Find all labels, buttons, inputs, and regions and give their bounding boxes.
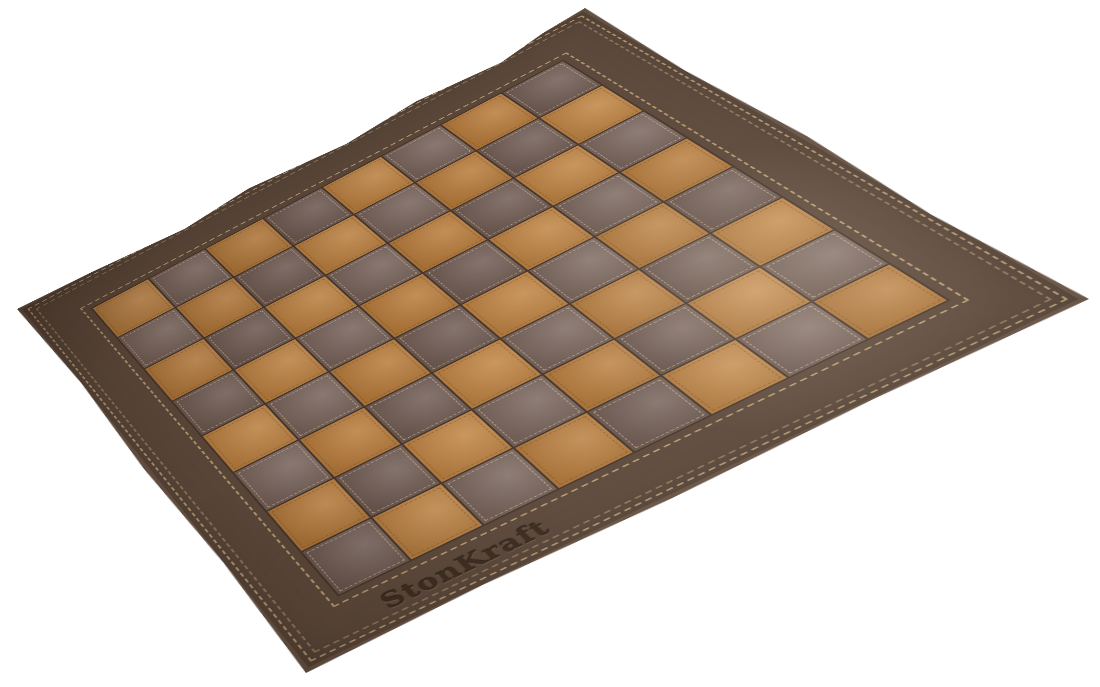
chessboard-mat: StonKraft (17, 8, 1089, 673)
product-photo: StonKraft (0, 0, 1100, 687)
